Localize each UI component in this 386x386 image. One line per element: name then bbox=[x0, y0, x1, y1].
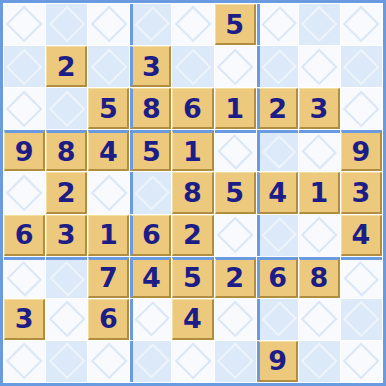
diamond-pattern-icon bbox=[261, 49, 297, 85]
diamond-pattern-icon bbox=[217, 343, 254, 380]
given-digit: 3 bbox=[57, 221, 76, 248]
cell-r6c6[interactable] bbox=[215, 215, 256, 256]
cell-r5c3[interactable] bbox=[88, 172, 129, 213]
given-digit: 6 bbox=[183, 95, 202, 122]
cell-r7c3: 7 bbox=[88, 257, 129, 298]
cell-r4c8[interactable] bbox=[299, 130, 340, 171]
cell-r8c4[interactable] bbox=[130, 299, 171, 340]
diamond-pattern-icon bbox=[6, 48, 43, 85]
cell-r7c1[interactable] bbox=[4, 257, 45, 298]
cell-r7c7: 6 bbox=[257, 257, 298, 298]
given-digit: 3 bbox=[142, 53, 161, 80]
given-digit: 6 bbox=[15, 221, 34, 248]
diamond-pattern-icon bbox=[261, 301, 297, 337]
given-digit: 3 bbox=[352, 179, 371, 206]
cell-r4c9: 9 bbox=[341, 130, 382, 171]
diamond-pattern-icon bbox=[6, 174, 43, 211]
diamond-pattern-icon bbox=[134, 344, 170, 380]
cell-r9c8[interactable] bbox=[299, 341, 340, 382]
cell-r8c6[interactable] bbox=[215, 299, 256, 340]
given-digit: 3 bbox=[15, 305, 34, 332]
cell-r8c5: 4 bbox=[172, 299, 213, 340]
cell-r8c9[interactable] bbox=[341, 299, 382, 340]
cell-r5c9: 3 bbox=[341, 172, 382, 213]
cell-r9c1[interactable] bbox=[4, 341, 45, 382]
cell-r3c4: 8 bbox=[130, 88, 171, 129]
cell-r4c6[interactable] bbox=[215, 130, 256, 171]
given-digit: 1 bbox=[183, 138, 202, 165]
given-digit: 2 bbox=[225, 264, 244, 291]
cell-r9c4[interactable] bbox=[130, 341, 171, 382]
cell-r7c6: 2 bbox=[215, 257, 256, 298]
diamond-pattern-icon bbox=[301, 6, 338, 43]
given-digit: 6 bbox=[99, 305, 118, 332]
diamond-pattern-icon bbox=[344, 261, 380, 297]
given-digit: 1 bbox=[225, 95, 244, 122]
diamond-pattern-icon bbox=[301, 48, 338, 85]
cell-r9c9[interactable] bbox=[341, 341, 382, 382]
cell-r3c8: 3 bbox=[299, 88, 340, 129]
cell-r8c1: 3 bbox=[4, 299, 45, 340]
given-digit: 9 bbox=[268, 347, 287, 374]
given-digit: 4 bbox=[99, 138, 118, 165]
cell-r7c5: 5 bbox=[172, 257, 213, 298]
cell-r3c2[interactable] bbox=[46, 88, 87, 129]
cell-r5c4[interactable] bbox=[130, 172, 171, 213]
cell-r2c1[interactable] bbox=[4, 46, 45, 87]
given-digit: 1 bbox=[309, 179, 328, 206]
diamond-pattern-icon bbox=[48, 90, 85, 127]
diamond-pattern-icon bbox=[134, 7, 170, 43]
diamond-pattern-icon bbox=[301, 343, 338, 380]
cell-r8c8[interactable] bbox=[299, 299, 340, 340]
diamond-pattern-icon bbox=[174, 343, 211, 380]
diamond-pattern-icon bbox=[90, 174, 127, 211]
given-digit: 9 bbox=[15, 138, 34, 165]
cell-r7c8: 8 bbox=[299, 257, 340, 298]
cell-r6c2: 3 bbox=[46, 215, 87, 256]
cell-r1c8[interactable] bbox=[299, 4, 340, 45]
cell-r4c4: 5 bbox=[130, 130, 171, 171]
cell-r4c3: 4 bbox=[88, 130, 129, 171]
cell-r2c8[interactable] bbox=[299, 46, 340, 87]
given-digit: 2 bbox=[268, 95, 287, 122]
cell-r7c2[interactable] bbox=[46, 257, 87, 298]
diamond-pattern-icon bbox=[301, 134, 337, 170]
given-digit: 7 bbox=[99, 264, 118, 291]
diamond-pattern-icon bbox=[134, 301, 170, 337]
cell-r1c5[interactable] bbox=[172, 4, 213, 45]
given-digit: 8 bbox=[309, 264, 328, 291]
sudoku-grid: 5235861239845192854136316247452683649 bbox=[4, 4, 382, 382]
given-digit: 8 bbox=[57, 138, 76, 165]
cell-r3c1[interactable] bbox=[4, 88, 45, 129]
diamond-pattern-icon bbox=[343, 6, 380, 43]
cell-r4c5: 1 bbox=[172, 130, 213, 171]
diamond-pattern-icon bbox=[343, 301, 380, 338]
diamond-pattern-icon bbox=[174, 6, 211, 43]
cell-r4c2: 8 bbox=[46, 130, 87, 171]
cell-r8c2[interactable] bbox=[46, 299, 87, 340]
cell-r6c3: 1 bbox=[88, 215, 129, 256]
cell-r1c4[interactable] bbox=[130, 4, 171, 45]
given-digit: 2 bbox=[183, 221, 202, 248]
cell-r4c1: 9 bbox=[4, 130, 45, 171]
cell-r9c3[interactable] bbox=[88, 341, 129, 382]
cell-r2c2: 2 bbox=[46, 46, 87, 87]
given-digit: 2 bbox=[57, 53, 76, 80]
diamond-pattern-icon bbox=[134, 175, 170, 211]
cell-r2c7[interactable] bbox=[257, 46, 298, 87]
diamond-pattern-icon bbox=[90, 343, 127, 380]
cell-r2c4: 3 bbox=[130, 46, 171, 87]
diamond-pattern-icon bbox=[217, 217, 254, 254]
cell-r5c1[interactable] bbox=[4, 172, 45, 213]
given-digit: 2 bbox=[57, 179, 76, 206]
cell-r6c7[interactable] bbox=[257, 215, 298, 256]
diamond-pattern-icon bbox=[90, 48, 127, 85]
given-digit: 3 bbox=[309, 95, 328, 122]
diamond-pattern-icon bbox=[261, 217, 297, 253]
cell-r6c4: 6 bbox=[130, 215, 171, 256]
cell-r9c6[interactable] bbox=[215, 341, 256, 382]
diamond-pattern-icon bbox=[301, 217, 338, 254]
cell-r9c5[interactable] bbox=[172, 341, 213, 382]
cell-r6c9: 4 bbox=[341, 215, 382, 256]
cell-r3c6: 1 bbox=[215, 88, 256, 129]
cell-r5c8: 1 bbox=[299, 172, 340, 213]
cell-r6c8[interactable] bbox=[299, 215, 340, 256]
cell-r8c3: 6 bbox=[88, 299, 129, 340]
cell-r5c7: 4 bbox=[257, 172, 298, 213]
given-digit: 5 bbox=[225, 179, 244, 206]
diamond-pattern-icon bbox=[6, 6, 43, 43]
diamond-pattern-icon bbox=[217, 301, 254, 338]
cell-r1c6: 5 bbox=[215, 4, 256, 45]
cell-r7c4: 4 bbox=[130, 257, 171, 298]
cell-r2c6[interactable] bbox=[215, 46, 256, 87]
given-digit: 5 bbox=[99, 95, 118, 122]
cell-r1c7[interactable] bbox=[257, 4, 298, 45]
diamond-pattern-icon bbox=[7, 261, 43, 297]
diamond-pattern-icon bbox=[90, 6, 127, 43]
diamond-pattern-icon bbox=[6, 343, 43, 380]
diamond-pattern-icon bbox=[301, 301, 338, 338]
cell-r1c1[interactable] bbox=[4, 4, 45, 45]
given-digit: 6 bbox=[142, 221, 161, 248]
given-digit: 5 bbox=[183, 264, 202, 291]
diamond-pattern-icon bbox=[343, 48, 380, 85]
given-digit: 4 bbox=[352, 221, 371, 248]
given-digit: 8 bbox=[142, 95, 161, 122]
given-digit: 1 bbox=[99, 221, 118, 248]
cell-r6c1: 6 bbox=[4, 215, 45, 256]
given-digit: 4 bbox=[268, 179, 287, 206]
cell-r1c2[interactable] bbox=[46, 4, 87, 45]
cell-r3c9[interactable] bbox=[341, 88, 382, 129]
diamond-pattern-icon bbox=[261, 135, 295, 169]
cell-r8c7[interactable] bbox=[257, 299, 298, 340]
cell-r5c5: 8 bbox=[172, 172, 213, 213]
cell-r2c9[interactable] bbox=[341, 46, 382, 87]
given-digit: 4 bbox=[183, 305, 202, 332]
cell-r9c2[interactable] bbox=[46, 341, 87, 382]
given-digit: 5 bbox=[225, 11, 244, 38]
given-digit: 4 bbox=[142, 264, 161, 291]
cell-r2c5[interactable] bbox=[172, 46, 213, 87]
diamond-pattern-icon bbox=[261, 7, 297, 43]
diamond-pattern-icon bbox=[48, 301, 85, 338]
diamond-pattern-icon bbox=[174, 48, 211, 85]
sudoku-board: 5235861239845192854136316247452683649 bbox=[0, 0, 386, 386]
cell-r1c9[interactable] bbox=[341, 4, 382, 45]
diamond-pattern-icon bbox=[217, 134, 253, 170]
diamond-pattern-icon bbox=[6, 90, 43, 127]
diamond-pattern-icon bbox=[343, 90, 380, 127]
diamond-pattern-icon bbox=[217, 48, 254, 85]
given-digit: 5 bbox=[142, 138, 161, 165]
given-digit: 9 bbox=[352, 138, 371, 165]
cell-r1c3[interactable] bbox=[88, 4, 129, 45]
given-digit: 6 bbox=[268, 264, 287, 291]
cell-r6c5: 2 bbox=[172, 215, 213, 256]
cell-r3c5: 6 bbox=[172, 88, 213, 129]
cell-r2c3[interactable] bbox=[88, 46, 129, 87]
cell-r3c7: 2 bbox=[257, 88, 298, 129]
cell-r4c7[interactable] bbox=[257, 130, 298, 171]
cell-r7c9[interactable] bbox=[341, 257, 382, 298]
diamond-pattern-icon bbox=[49, 261, 85, 297]
diamond-pattern-icon bbox=[48, 343, 85, 380]
cell-r5c6: 5 bbox=[215, 172, 256, 213]
diamond-pattern-icon bbox=[48, 6, 85, 43]
cell-r3c3: 5 bbox=[88, 88, 129, 129]
diamond-pattern-icon bbox=[343, 343, 380, 380]
cell-r5c2: 2 bbox=[46, 172, 87, 213]
given-digit: 8 bbox=[183, 179, 202, 206]
cell-r9c7: 9 bbox=[257, 341, 298, 382]
